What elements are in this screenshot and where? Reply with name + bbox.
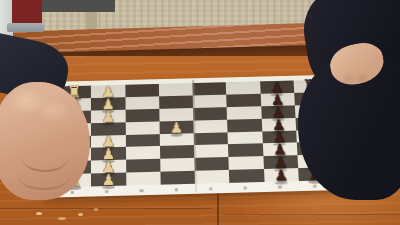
piece-bP-h7[interactable]: ♟ <box>274 168 288 183</box>
square-g5[interactable] <box>194 157 229 171</box>
square-g6[interactable] <box>229 156 264 170</box>
piece-wP-h2[interactable]: ♟ <box>102 173 116 188</box>
wood-shaving <box>78 213 83 216</box>
square-b5[interactable] <box>193 95 227 108</box>
piece-wP-d4[interactable]: ♟ <box>170 120 184 135</box>
square-d3[interactable] <box>125 121 159 134</box>
square-a6[interactable] <box>226 81 260 94</box>
piece-wP-c2[interactable]: ♟ <box>101 110 114 125</box>
square-h6[interactable] <box>229 169 264 183</box>
square-g3[interactable] <box>126 159 161 173</box>
dark-wall-strip <box>33 0 115 12</box>
square-c3[interactable] <box>125 109 159 122</box>
square-a4[interactable] <box>159 83 193 96</box>
square-g4[interactable] <box>160 158 195 172</box>
square-c6[interactable] <box>227 106 261 119</box>
square-f6[interactable] <box>228 144 263 158</box>
table-grain-line <box>0 208 212 209</box>
square-d6[interactable] <box>227 118 262 131</box>
square-f3[interactable] <box>125 146 159 160</box>
photo-scene: ♜♟♟♜♞♟♟♞♝♟♟♝♛♟♟♛♚♟♟♚♝♟♟♝♞♟♟♞♜♟♟♜ <box>0 0 400 225</box>
square-c5[interactable] <box>193 107 227 120</box>
square-e6[interactable] <box>228 131 263 144</box>
square-b4[interactable] <box>159 95 193 108</box>
square-e3[interactable] <box>125 134 159 148</box>
square-a5[interactable] <box>192 82 226 95</box>
square-b3[interactable] <box>125 96 159 109</box>
finger-crease <box>18 162 70 190</box>
wood-shaving <box>36 212 42 215</box>
square-b6[interactable] <box>226 94 260 107</box>
chair-metal-bar <box>7 23 44 32</box>
square-h3[interactable] <box>126 172 161 186</box>
square-f5[interactable] <box>194 145 229 159</box>
square-h5[interactable] <box>195 170 230 184</box>
square-h4[interactable] <box>160 171 195 185</box>
square-d5[interactable] <box>193 119 227 132</box>
table-grain-line <box>222 214 400 215</box>
wood-shaving <box>94 208 98 211</box>
square-a3[interactable] <box>125 84 159 97</box>
square-f4[interactable] <box>160 145 195 159</box>
square-e5[interactable] <box>194 132 229 146</box>
wood-shaving <box>58 217 66 220</box>
